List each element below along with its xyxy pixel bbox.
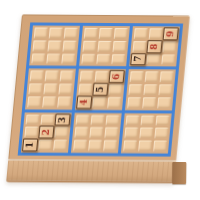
tile-digit: 8	[150, 43, 160, 49]
sudoku-cell[interactable]	[30, 71, 44, 82]
number-tile[interactable]: 4	[76, 96, 92, 109]
number-tile[interactable]: 6	[108, 70, 124, 83]
sudoku-cell[interactable]	[78, 84, 92, 95]
sudoku-cell[interactable]: 6	[110, 71, 124, 82]
sudoku-cell[interactable]	[146, 54, 160, 65]
sudoku-cell[interactable]	[38, 140, 52, 151]
number-tile[interactable]: 1	[22, 139, 38, 152]
number-tile[interactable]: 2	[38, 126, 54, 139]
sudoku-3x3-box	[79, 26, 130, 67]
number-tile[interactable]: 7	[130, 53, 146, 66]
sudoku-cell[interactable]	[124, 128, 138, 139]
sudoku-3x3-box: 654	[75, 69, 126, 110]
sudoku-cell[interactable]	[73, 140, 87, 151]
sudoku-cell[interactable]	[80, 71, 94, 82]
sudoku-cell[interactable]	[95, 71, 109, 82]
sudoku-cell[interactable]	[140, 115, 154, 126]
sudoku-cell[interactable]	[82, 41, 96, 52]
product-photo-background: 987654321	[0, 0, 200, 200]
sudoku-cell[interactable]	[123, 140, 137, 151]
sudoku-cell[interactable]	[130, 72, 144, 83]
sudoku-cell[interactable]	[103, 140, 117, 151]
sudoku-board-box: 987654321	[6, 14, 190, 183]
sudoku-cell[interactable]	[112, 41, 126, 52]
sudoku-cell[interactable]	[154, 128, 168, 139]
sudoku-cell[interactable]	[57, 97, 71, 108]
sudoku-cell[interactable]: 5	[93, 84, 107, 95]
sudoku-cell[interactable]	[49, 28, 63, 39]
sudoku-cell[interactable]	[127, 97, 141, 108]
sudoku-cell[interactable]: 2	[39, 127, 53, 138]
sudoku-cell[interactable]	[42, 96, 56, 107]
sudoku-cell[interactable]	[43, 84, 57, 95]
sudoku-cell[interactable]	[45, 71, 59, 82]
sudoku-cell[interactable]	[114, 28, 128, 39]
sudoku-cell[interactable]	[157, 97, 171, 108]
sudoku-cell[interactable]	[108, 84, 122, 95]
sudoku-cell[interactable]	[64, 28, 78, 39]
sudoku-3x3-box	[25, 69, 76, 110]
sudoku-cell[interactable]	[138, 141, 152, 152]
sudoku-3x3-box	[125, 70, 176, 111]
tile-digit: 1	[25, 142, 35, 148]
sudoku-3x3-box: 321	[21, 112, 72, 153]
sudoku-cell[interactable]	[134, 28, 148, 39]
sudoku-cell[interactable]	[142, 97, 156, 108]
sudoku-cell[interactable]: 8	[147, 41, 161, 52]
tile-digit: 3	[58, 117, 68, 123]
sudoku-cell[interactable]	[111, 54, 125, 65]
board-front-face	[6, 159, 176, 183]
sudoku-cell[interactable]	[155, 115, 169, 126]
sudoku-3x3-box	[29, 25, 80, 66]
sudoku-cell[interactable]	[28, 84, 42, 95]
sudoku-cell[interactable]	[54, 127, 68, 138]
sudoku-cell[interactable]	[26, 114, 40, 125]
sudoku-grid: 987654321	[18, 22, 183, 156]
sudoku-cell[interactable]: 1	[23, 140, 37, 151]
sudoku-cell[interactable]	[99, 28, 113, 39]
sudoku-cell[interactable]	[158, 85, 172, 96]
sudoku-cell[interactable]	[89, 127, 103, 138]
sudoku-cell[interactable]	[60, 71, 74, 82]
sudoku-cell[interactable]	[58, 84, 72, 95]
sudoku-cell[interactable]	[145, 72, 159, 83]
sudoku-cell[interactable]	[41, 114, 55, 125]
tile-digit: 6	[112, 74, 122, 80]
sudoku-cell[interactable]	[149, 28, 163, 39]
sudoku-cell[interactable]	[33, 40, 47, 51]
sudoku-cell[interactable]	[143, 84, 157, 95]
sudoku-cell[interactable]	[61, 53, 75, 64]
sudoku-cell[interactable]	[128, 84, 142, 95]
sudoku-cell[interactable]	[92, 97, 106, 108]
sudoku-cell[interactable]	[105, 115, 119, 126]
sudoku-3x3-box	[121, 113, 172, 154]
sudoku-cell[interactable]	[48, 40, 62, 51]
sudoku-cell[interactable]	[74, 127, 88, 138]
sudoku-cell[interactable]	[24, 127, 38, 138]
sudoku-cell[interactable]	[132, 41, 146, 52]
sudoku-cell[interactable]	[139, 128, 153, 139]
tile-digit: 2	[42, 129, 52, 135]
sudoku-cell[interactable]	[125, 115, 139, 126]
sudoku-3x3-box	[71, 113, 122, 154]
tile-digit: 5	[96, 86, 106, 92]
sudoku-cell[interactable]: 7	[131, 54, 145, 65]
sudoku-cell[interactable]	[53, 140, 67, 151]
sudoku-cell[interactable]	[63, 40, 77, 51]
sudoku-cell[interactable]: 3	[56, 114, 70, 125]
board-frame: 987654321	[8, 14, 190, 160]
number-tile[interactable]: 8	[146, 40, 162, 53]
sudoku-cell[interactable]	[84, 28, 98, 39]
tile-digit: 4	[79, 99, 89, 105]
sudoku-cell[interactable]	[46, 53, 60, 64]
tile-digit: 7	[133, 56, 143, 62]
sudoku-cell[interactable]	[31, 53, 45, 64]
sudoku-cell[interactable]	[153, 141, 167, 152]
sudoku-cell[interactable]	[104, 127, 118, 138]
sudoku-cell[interactable]	[88, 140, 102, 151]
sudoku-cell[interactable]: 4	[77, 97, 91, 108]
sudoku-cell[interactable]	[107, 97, 121, 108]
sudoku-cell[interactable]	[97, 41, 111, 52]
sudoku-cell[interactable]	[91, 115, 105, 126]
sudoku-cell[interactable]	[76, 115, 90, 126]
sudoku-cell[interactable]	[81, 53, 95, 64]
sudoku-cell[interactable]	[27, 96, 41, 107]
sliding-lid[interactable]	[171, 16, 191, 181]
number-tile[interactable]: 5	[92, 83, 108, 96]
number-tile[interactable]: 3	[54, 113, 70, 126]
sudoku-cell[interactable]	[96, 54, 110, 65]
sudoku-cell[interactable]	[34, 28, 48, 39]
